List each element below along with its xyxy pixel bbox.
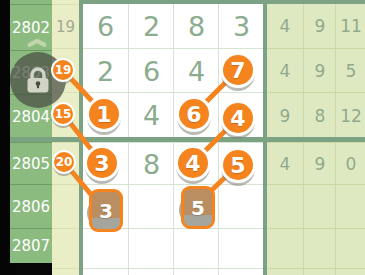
stats-cell: 9 bbox=[303, 48, 336, 93]
stats-cell: 4 bbox=[267, 48, 303, 93]
frame-top-border bbox=[79, 0, 365, 4]
grid-cell[interactable] bbox=[128, 268, 174, 275]
sum-badge-value: 15 bbox=[53, 104, 73, 124]
stats-cell: 4 bbox=[267, 142, 303, 185]
grid-cell[interactable] bbox=[218, 228, 264, 269]
grid-cell[interactable]: 6 bbox=[128, 48, 174, 93]
screen-bezel-left bbox=[0, 0, 10, 275]
grid-cell[interactable]: 4 bbox=[128, 92, 174, 138]
stats-cell bbox=[335, 228, 365, 269]
stats-cell: 11 bbox=[335, 4, 365, 48]
row-sum-cell: 19 bbox=[52, 4, 79, 49]
lock-icon bbox=[24, 65, 52, 95]
grid-cell[interactable]: 8 bbox=[173, 4, 219, 48]
stats-cell bbox=[335, 184, 365, 229]
chip-value: 3 bbox=[87, 148, 117, 178]
number-chip-circle[interactable]: 4 bbox=[175, 145, 211, 181]
stats-cell bbox=[267, 184, 303, 229]
stats-cell bbox=[267, 268, 303, 275]
grid-cell[interactable] bbox=[173, 228, 219, 269]
chip-value: 7 bbox=[223, 55, 253, 85]
grid-cell[interactable]: 2 bbox=[83, 48, 128, 93]
chip-value: 5 bbox=[223, 150, 253, 180]
number-chip-square[interactable]: 3 bbox=[86, 189, 120, 229]
collapse-chevron-icon[interactable] bbox=[27, 38, 47, 48]
chip-value: 1 bbox=[89, 99, 119, 129]
stats-cell: 5 bbox=[335, 48, 365, 93]
chip-value: 4 bbox=[223, 103, 253, 133]
stats-cell: 9 bbox=[303, 142, 336, 185]
grid-cell[interactable]: 4 bbox=[173, 48, 219, 93]
number-chip-circle[interactable]: 1 bbox=[86, 96, 122, 132]
stats-cell: 9 bbox=[267, 92, 303, 138]
grid-cell[interactable] bbox=[83, 228, 128, 269]
grid-cell[interactable] bbox=[218, 268, 264, 275]
grid-cell[interactable] bbox=[83, 268, 128, 275]
stats-cell bbox=[267, 228, 303, 269]
grid-cell[interactable]: 8 bbox=[128, 142, 174, 185]
stats-cell bbox=[303, 228, 336, 269]
stats-cell: 4 bbox=[267, 4, 303, 48]
grid-cell[interactable] bbox=[173, 268, 219, 275]
number-chip-circle[interactable]: 7 bbox=[220, 52, 256, 88]
grid-cell[interactable]: 2 bbox=[128, 4, 174, 48]
chip-value: 3 bbox=[89, 189, 123, 232]
number-chip-square[interactable]: 5 bbox=[178, 186, 212, 226]
grid-cell[interactable]: 6 bbox=[83, 4, 128, 48]
stats-cell bbox=[303, 268, 336, 275]
chip-value: 5 bbox=[181, 186, 215, 229]
sum-badge-value: 19 bbox=[53, 60, 73, 80]
sum-badge: 19 bbox=[51, 58, 75, 82]
stats-cell: 0 bbox=[335, 142, 365, 185]
sum-badge: 15 bbox=[51, 102, 75, 126]
row-sum-cell bbox=[52, 228, 79, 269]
grid-cell[interactable] bbox=[218, 184, 264, 229]
sum-badge: 20 bbox=[52, 150, 76, 174]
number-chip-circle[interactable]: 6 bbox=[176, 96, 212, 132]
frame-middle-separator bbox=[10, 137, 365, 142]
grid-cell[interactable] bbox=[128, 228, 174, 269]
grid-cell[interactable] bbox=[128, 184, 174, 229]
puzzle-list-item[interactable]: 2807 bbox=[10, 228, 52, 263]
chip-value: 4 bbox=[178, 148, 208, 178]
row-sum-cell bbox=[52, 184, 79, 229]
number-chip-circle[interactable]: 3 bbox=[84, 145, 120, 181]
number-chip-circle[interactable]: 4 bbox=[220, 100, 256, 136]
stats-cell: 8 bbox=[303, 92, 336, 138]
stats-cell: 9 bbox=[303, 4, 336, 48]
stats-cell bbox=[303, 184, 336, 229]
puzzle-list-item[interactable]: 2805 bbox=[10, 142, 52, 185]
puzzle-list-item[interactable]: 2806 bbox=[10, 184, 52, 229]
stats-cell bbox=[335, 268, 365, 275]
sum-badge-value: 20 bbox=[54, 152, 74, 172]
grid-cell[interactable]: 3 bbox=[218, 4, 264, 48]
stats-cell: 12 bbox=[335, 92, 365, 138]
number-chip-circle[interactable]: 5 bbox=[220, 147, 256, 183]
app-screen: 280228032804280528062807 19 628326448 49… bbox=[0, 0, 365, 275]
row-sum-cell bbox=[52, 268, 79, 275]
chip-value: 6 bbox=[179, 99, 209, 129]
